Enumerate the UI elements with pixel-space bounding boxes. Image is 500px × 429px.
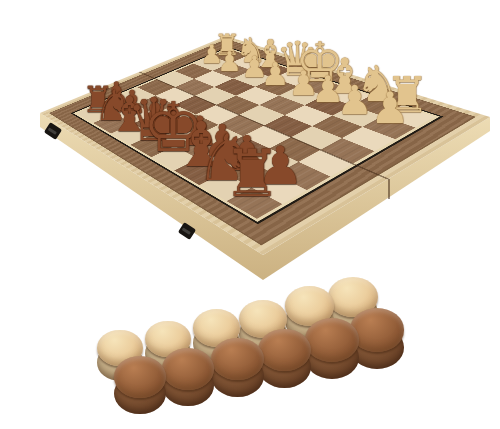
product-photo: ♜♞♟♝♟♛♟♚♟♝♟♟♟♞♜♟♟♜♞♟♟♝♟♛♟♚♟♝♟♞♟♜ [0, 0, 500, 429]
checker-stack-dark [305, 318, 359, 378]
checker-stack-dark [114, 356, 166, 414]
piece-light-pawn: ♟ [217, 47, 241, 74]
checker-disc-top [114, 356, 166, 398]
fold-seam-edge-notch [388, 179, 390, 199]
piece-dark-rook: ♜ [223, 142, 281, 207]
checker-stack-dark [258, 329, 311, 388]
checker-stack-dark [162, 348, 214, 406]
latch-bar [48, 127, 57, 134]
checker-disc-top [305, 318, 359, 361]
latch-bar [182, 227, 191, 234]
checker-disc-top [258, 329, 311, 371]
checker-stack-dark [211, 338, 264, 397]
checker-disc-top [211, 338, 264, 380]
piece-light-pawn: ♟ [370, 88, 409, 132]
piece-light-pawn: ♟ [337, 80, 373, 120]
piece-light-pawn: ♟ [261, 59, 289, 91]
checker-disc-top [162, 348, 214, 390]
